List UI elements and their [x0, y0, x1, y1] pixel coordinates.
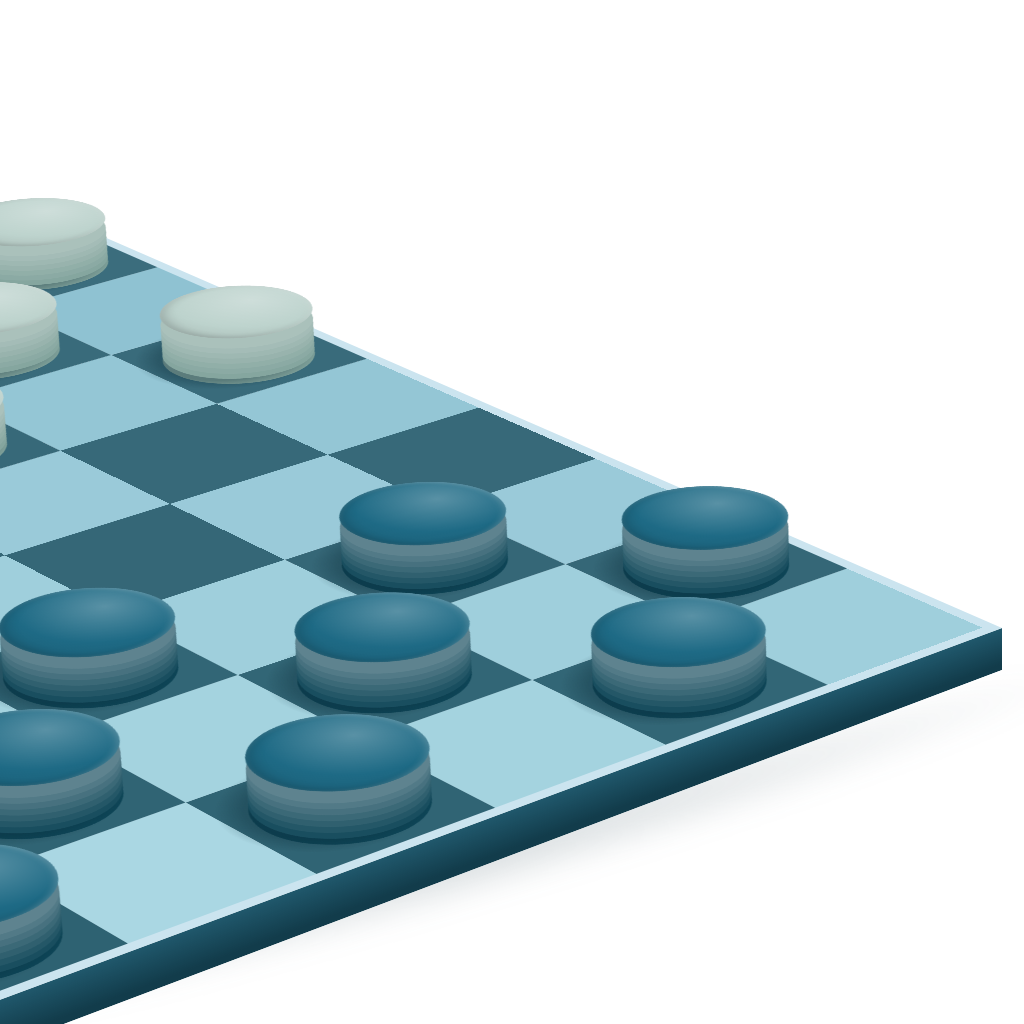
- board-squares: [0, 224, 982, 1024]
- checkers-board: [0, 222, 1002, 1024]
- checkers-product-photo: [0, 0, 1024, 1024]
- scene: [0, 0, 1024, 1024]
- dark-piece[interactable]: [0, 745, 159, 856]
